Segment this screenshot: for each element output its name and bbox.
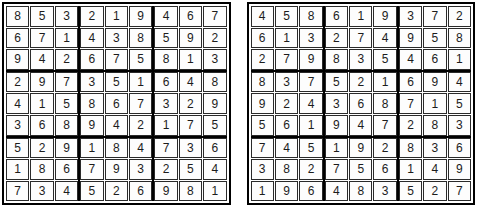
cell-r8c4: 7: [80, 159, 103, 180]
cell-r2c1: 6: [6, 28, 29, 49]
cell-r3c2: 4: [30, 49, 53, 70]
box-2: 619274835: [325, 6, 397, 70]
cell-r9c8: 2: [423, 181, 446, 202]
cell-r8c4: 7: [325, 159, 348, 180]
cell-r9c5: 2: [105, 181, 128, 202]
cell-r4c6: 1: [373, 72, 396, 93]
cell-r7c2: 4: [275, 138, 298, 159]
box-7: 529186734: [6, 138, 78, 202]
cell-r3c4: 8: [325, 49, 348, 70]
cell-r5c1: 9: [251, 93, 274, 114]
cell-r7c3: 5: [299, 138, 322, 159]
cell-r2c4: 2: [325, 28, 348, 49]
cell-r5c5: 6: [105, 93, 128, 114]
box-1: 458613279: [251, 6, 323, 70]
cell-r1c8: 7: [423, 6, 446, 27]
cell-r1c7: 3: [399, 6, 422, 27]
cell-r2c7: 5: [154, 28, 177, 49]
cell-r9c4: 4: [325, 181, 348, 202]
cell-r6c5: 4: [349, 115, 372, 136]
cell-r4c9: 8: [203, 72, 226, 93]
cell-r6c9: 5: [203, 115, 226, 136]
cell-r1c1: 4: [251, 6, 274, 27]
cell-r3c5: 3: [349, 49, 372, 70]
cell-r2c9: 8: [448, 28, 471, 49]
cell-r9c9: 1: [203, 181, 226, 202]
cell-r2c2: 7: [30, 28, 53, 49]
cell-r4c4: 3: [80, 72, 103, 93]
cell-r5c6: 7: [129, 93, 152, 114]
cell-r6c3: 8: [55, 115, 78, 136]
cell-r1c5: 1: [105, 6, 128, 27]
cell-r5c1: 4: [6, 93, 29, 114]
cell-r1c4: 2: [80, 6, 103, 27]
cell-r1c6: 9: [129, 6, 152, 27]
cell-r7c1: 7: [251, 138, 274, 159]
cell-r9c1: 7: [6, 181, 29, 202]
cell-r3c3: 2: [55, 49, 78, 70]
cell-r3c2: 7: [275, 49, 298, 70]
cell-r7c7: 8: [399, 138, 422, 159]
cell-r3c6: 5: [129, 49, 152, 70]
cell-r5c2: 1: [30, 93, 53, 114]
cell-r9c2: 3: [30, 181, 53, 202]
cell-r9c9: 7: [448, 181, 471, 202]
cell-r2c7: 9: [399, 28, 422, 49]
cell-r7c4: 1: [325, 138, 348, 159]
cell-r3c3: 9: [299, 49, 322, 70]
cell-r9c2: 9: [275, 181, 298, 202]
cell-r3c1: 9: [6, 49, 29, 70]
cell-r8c6: 3: [129, 159, 152, 180]
cell-r8c3: 2: [299, 159, 322, 180]
sudoku-board-right: 4586132796192748353729584618379245615213…: [247, 2, 476, 205]
cell-r4c2: 3: [275, 72, 298, 93]
cell-r6c1: 5: [251, 115, 274, 136]
cell-r4c9: 4: [448, 72, 471, 93]
cell-r4c1: 8: [251, 72, 274, 93]
cell-r5c9: 5: [448, 93, 471, 114]
cell-r4c1: 2: [6, 72, 29, 93]
cell-r2c1: 6: [251, 28, 274, 49]
cell-r5c7: 3: [154, 93, 177, 114]
cell-r3c1: 2: [251, 49, 274, 70]
cell-r3c9: 3: [203, 49, 226, 70]
cell-r5c6: 8: [373, 93, 396, 114]
cell-r2c9: 2: [203, 28, 226, 49]
cell-r8c2: 8: [30, 159, 53, 180]
cell-r8c5: 5: [349, 159, 372, 180]
cell-r1c3: 8: [299, 6, 322, 27]
cell-r4c4: 5: [325, 72, 348, 93]
cell-r5c8: 2: [179, 93, 202, 114]
cell-r7c8: 3: [179, 138, 202, 159]
cell-r7c6: 2: [373, 138, 396, 159]
box-9: 836149527: [399, 138, 471, 202]
cell-r9c3: 4: [55, 181, 78, 202]
cell-r1c4: 6: [325, 6, 348, 27]
box-6: 648329175: [154, 72, 226, 136]
cell-r7c9: 6: [203, 138, 226, 159]
cell-r6c5: 4: [105, 115, 128, 136]
cell-r9c7: 5: [399, 181, 422, 202]
box-3: 467592813: [154, 6, 226, 70]
cell-r6c7: 2: [399, 115, 422, 136]
cell-r1c1: 8: [6, 6, 29, 27]
cell-r8c1: 3: [251, 159, 274, 180]
cell-r1c2: 5: [30, 6, 53, 27]
cell-r2c8: 5: [423, 28, 446, 49]
cell-r8c8: 4: [423, 159, 446, 180]
sudoku-grid-right: 4586132796192748353729584618379245615213…: [251, 6, 472, 201]
cell-r8c6: 6: [373, 159, 396, 180]
cell-r9c6: 6: [129, 181, 152, 202]
cell-r8c1: 1: [6, 159, 29, 180]
cell-r4c8: 4: [179, 72, 202, 93]
cell-r5c3: 4: [299, 93, 322, 114]
cell-r6c6: 7: [373, 115, 396, 136]
cell-r6c3: 1: [299, 115, 322, 136]
cell-r7c5: 9: [349, 138, 372, 159]
cell-r8c9: 4: [203, 159, 226, 180]
cell-r8c9: 9: [448, 159, 471, 180]
cell-r6c9: 3: [448, 115, 471, 136]
cell-r9c5: 8: [349, 181, 372, 202]
page: 8536719422194386754675928132974153683518…: [0, 0, 480, 205]
cell-r2c6: 8: [129, 28, 152, 49]
cell-r1c9: 7: [203, 6, 226, 27]
box-4: 297415368: [6, 72, 78, 136]
box-5: 351867942: [80, 72, 152, 136]
cell-r5c4: 8: [80, 93, 103, 114]
cell-r1c5: 1: [349, 6, 372, 27]
cell-r1c6: 9: [373, 6, 396, 27]
cell-r1c8: 6: [179, 6, 202, 27]
box-2: 219438675: [80, 6, 152, 70]
cell-r4c8: 9: [423, 72, 446, 93]
cell-r3c9: 1: [448, 49, 471, 70]
cell-r3c8: 1: [179, 49, 202, 70]
cell-r6c2: 6: [30, 115, 53, 136]
cell-r2c2: 1: [275, 28, 298, 49]
cell-r9c4: 5: [80, 181, 103, 202]
cell-r7c7: 7: [154, 138, 177, 159]
cell-r5c3: 5: [55, 93, 78, 114]
cell-r3c4: 6: [80, 49, 103, 70]
cell-r2c3: 3: [299, 28, 322, 49]
cell-r9c8: 8: [179, 181, 202, 202]
cell-r8c7: 1: [399, 159, 422, 180]
cell-r7c2: 2: [30, 138, 53, 159]
cell-r7c1: 5: [6, 138, 29, 159]
cell-r7c5: 8: [105, 138, 128, 159]
sudoku-grid-left: 8536719422194386754675928132974153683518…: [6, 6, 227, 201]
cell-r9c6: 3: [373, 181, 396, 202]
box-8: 192756483: [325, 138, 397, 202]
box-7: 745382196: [251, 138, 323, 202]
cell-r8c5: 9: [105, 159, 128, 180]
cell-r4c6: 1: [129, 72, 152, 93]
cell-r5c9: 9: [203, 93, 226, 114]
cell-r3c7: 4: [399, 49, 422, 70]
cell-r6c1: 3: [6, 115, 29, 136]
sudoku-board-left: 8536719422194386754675928132974153683518…: [2, 2, 231, 205]
cell-r9c7: 9: [154, 181, 177, 202]
cell-r1c7: 4: [154, 6, 177, 27]
cell-r6c8: 8: [423, 115, 446, 136]
cell-r2c3: 1: [55, 28, 78, 49]
cell-r7c6: 4: [129, 138, 152, 159]
box-4: 837924561: [251, 72, 323, 136]
cell-r1c3: 3: [55, 6, 78, 27]
cell-r1c9: 2: [448, 6, 471, 27]
cell-r8c7: 2: [154, 159, 177, 180]
cell-r5c2: 2: [275, 93, 298, 114]
cell-r2c8: 9: [179, 28, 202, 49]
cell-r7c8: 3: [423, 138, 446, 159]
cell-r9c3: 6: [299, 181, 322, 202]
cell-r8c8: 5: [179, 159, 202, 180]
cell-r9c1: 1: [251, 181, 274, 202]
cell-r6c4: 9: [80, 115, 103, 136]
cell-r4c7: 6: [154, 72, 177, 93]
cell-r8c3: 6: [55, 159, 78, 180]
cell-r6c8: 7: [179, 115, 202, 136]
box-3: 372958461: [399, 6, 471, 70]
cell-r7c4: 1: [80, 138, 103, 159]
cell-r3c5: 7: [105, 49, 128, 70]
box-8: 184793526: [80, 138, 152, 202]
cell-r3c7: 8: [154, 49, 177, 70]
cell-r5c5: 6: [349, 93, 372, 114]
cell-r4c3: 7: [55, 72, 78, 93]
cell-r5c8: 1: [423, 93, 446, 114]
box-5: 521368947: [325, 72, 397, 136]
cell-r2c6: 4: [373, 28, 396, 49]
box-9: 736254981: [154, 138, 226, 202]
cell-r3c6: 5: [373, 49, 396, 70]
cell-r2c5: 3: [105, 28, 128, 49]
cell-r2c4: 4: [80, 28, 103, 49]
cell-r4c3: 7: [299, 72, 322, 93]
cell-r8c2: 8: [275, 159, 298, 180]
cell-r6c4: 9: [325, 115, 348, 136]
cell-r6c6: 2: [129, 115, 152, 136]
cell-r6c2: 6: [275, 115, 298, 136]
cell-r5c7: 7: [399, 93, 422, 114]
cell-r4c7: 6: [399, 72, 422, 93]
cell-r6c7: 1: [154, 115, 177, 136]
cell-r5c4: 3: [325, 93, 348, 114]
cell-r4c5: 5: [105, 72, 128, 93]
cell-r7c3: 9: [55, 138, 78, 159]
cell-r1c2: 5: [275, 6, 298, 27]
box-6: 694715283: [399, 72, 471, 136]
cell-r7c9: 6: [448, 138, 471, 159]
box-1: 853671942: [6, 6, 78, 70]
cell-r3c8: 6: [423, 49, 446, 70]
cell-r4c5: 2: [349, 72, 372, 93]
cell-r4c2: 9: [30, 72, 53, 93]
cell-r2c5: 7: [349, 28, 372, 49]
